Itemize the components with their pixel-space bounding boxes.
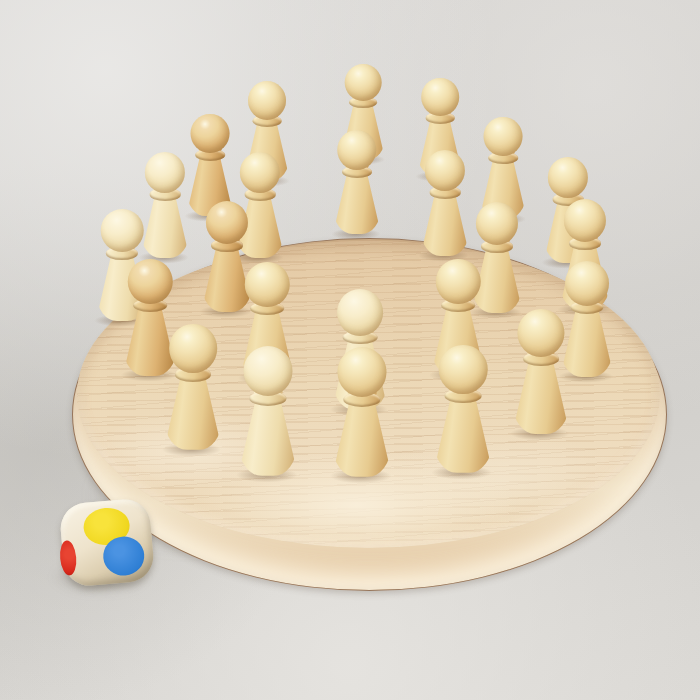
pawn-head-shape: [476, 202, 518, 245]
pawn-head-shape: [337, 289, 383, 336]
pawn-head-shape: [169, 324, 217, 372]
pawn-head-shape: [245, 262, 289, 307]
pawn-head-shape: [421, 78, 459, 116]
pawn-body-shape: [421, 193, 469, 256]
color-die[interactable]: [59, 497, 156, 588]
pawn-head-shape: [101, 209, 144, 252]
pawn-head-shape: [436, 259, 480, 304]
pawn-9[interactable]: [420, 150, 471, 261]
pawn-head-shape: [240, 152, 280, 193]
pawn-head-shape: [248, 81, 286, 120]
pawn-head-shape: [128, 259, 172, 304]
pawn-head-shape: [425, 150, 465, 191]
pawn-head-shape: [564, 199, 606, 242]
pawn-22[interactable]: [237, 346, 299, 481]
pawn-head-shape: [338, 347, 387, 397]
pawn-body-shape: [239, 399, 297, 476]
pawn-head-shape: [565, 261, 609, 306]
pawn-body-shape: [165, 375, 222, 450]
pawn-21[interactable]: [511, 309, 571, 439]
pawn-body-shape: [434, 397, 492, 473]
pawn-body-shape: [333, 400, 391, 477]
pawn-head-shape: [206, 201, 248, 244]
pawn-head-shape: [439, 345, 488, 394]
pawn-body-shape: [513, 360, 569, 434]
pawn-head-shape: [517, 309, 564, 357]
pawn-24[interactable]: [432, 345, 494, 479]
pawn-head-shape: [484, 117, 523, 157]
pawn-5[interactable]: [332, 130, 382, 238]
pawn-head-shape: [345, 64, 382, 101]
pawn-head-shape: [244, 346, 293, 396]
pawn-20[interactable]: [163, 324, 223, 455]
pawn-head-shape: [548, 157, 588, 198]
pawn-head-shape: [337, 130, 376, 170]
pawn-23[interactable]: [331, 347, 393, 482]
pawn-body-shape: [334, 172, 381, 234]
scene-background: [0, 0, 700, 700]
pawn-head-shape: [190, 114, 229, 154]
pawn-head-shape: [145, 152, 185, 193]
